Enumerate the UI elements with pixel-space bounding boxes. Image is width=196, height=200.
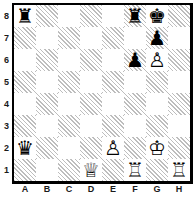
- square-f4[interactable]: [124, 93, 146, 115]
- rank-label-7: 7: [0, 27, 11, 49]
- square-e3[interactable]: [102, 115, 124, 137]
- square-h3[interactable]: [168, 115, 190, 137]
- square-g8[interactable]: ♚: [146, 5, 168, 27]
- square-e6[interactable]: [102, 49, 124, 71]
- rank-label-2: 2: [0, 137, 11, 159]
- square-h5[interactable]: [168, 71, 190, 93]
- piece-white-king[interactable]: ♔: [148, 137, 166, 159]
- square-b3[interactable]: [36, 115, 58, 137]
- square-g4[interactable]: [146, 93, 168, 115]
- square-d7[interactable]: [80, 27, 102, 49]
- chess-diagram: 87654321 ♜♜♚♟♟♙♛♙♔♕♖♖ ABCDEFGH: [0, 0, 196, 200]
- piece-black-rook[interactable]: ♜: [16, 5, 34, 27]
- square-c8[interactable]: [58, 5, 80, 27]
- square-b5[interactable]: [36, 71, 58, 93]
- square-d3[interactable]: [80, 115, 102, 137]
- square-a4[interactable]: [14, 93, 36, 115]
- rank-label-6: 6: [0, 49, 11, 71]
- piece-white-rook[interactable]: ♖: [170, 159, 188, 181]
- file-label-f: F: [124, 184, 146, 194]
- square-c4[interactable]: [58, 93, 80, 115]
- square-c2[interactable]: [58, 137, 80, 159]
- square-g7[interactable]: ♟: [146, 27, 168, 49]
- rank-label-1: 1: [0, 159, 11, 181]
- piece-black-pawn[interactable]: ♟: [148, 27, 166, 49]
- rank-label-8: 8: [0, 5, 11, 27]
- file-label-g: G: [146, 184, 168, 194]
- square-a5[interactable]: [14, 71, 36, 93]
- square-d1[interactable]: ♕: [80, 159, 102, 181]
- piece-white-pawn[interactable]: ♙: [104, 137, 122, 159]
- square-b1[interactable]: [36, 159, 58, 181]
- square-h4[interactable]: [168, 93, 190, 115]
- piece-black-pawn[interactable]: ♟: [126, 49, 144, 71]
- piece-white-rook[interactable]: ♖: [126, 159, 144, 181]
- rank-labels: 87654321: [0, 5, 11, 181]
- square-a3[interactable]: [14, 115, 36, 137]
- square-h1[interactable]: ♖: [168, 159, 190, 181]
- square-e2[interactable]: ♙: [102, 137, 124, 159]
- square-g1[interactable]: [146, 159, 168, 181]
- square-f6[interactable]: ♟: [124, 49, 146, 71]
- square-c6[interactable]: [58, 49, 80, 71]
- file-labels: ABCDEFGH: [14, 184, 190, 194]
- square-b7[interactable]: [36, 27, 58, 49]
- square-e4[interactable]: [102, 93, 124, 115]
- piece-black-rook[interactable]: ♜: [126, 5, 144, 27]
- square-e8[interactable]: [102, 5, 124, 27]
- square-a8[interactable]: ♜: [14, 5, 36, 27]
- square-f7[interactable]: [124, 27, 146, 49]
- file-label-h: H: [168, 184, 190, 194]
- square-c1[interactable]: [58, 159, 80, 181]
- piece-black-king[interactable]: ♚: [148, 5, 166, 27]
- square-d8[interactable]: [80, 5, 102, 27]
- square-g6[interactable]: ♙: [146, 49, 168, 71]
- square-h2[interactable]: [168, 137, 190, 159]
- square-b4[interactable]: [36, 93, 58, 115]
- piece-white-pawn[interactable]: ♙: [148, 49, 166, 71]
- rank-label-5: 5: [0, 71, 11, 93]
- square-e7[interactable]: [102, 27, 124, 49]
- piece-black-queen[interactable]: ♛: [16, 137, 34, 159]
- square-c5[interactable]: [58, 71, 80, 93]
- square-h8[interactable]: [168, 5, 190, 27]
- square-g5[interactable]: [146, 71, 168, 93]
- square-f1[interactable]: ♖: [124, 159, 146, 181]
- rank-label-4: 4: [0, 93, 11, 115]
- square-c7[interactable]: [58, 27, 80, 49]
- square-a7[interactable]: [14, 27, 36, 49]
- file-label-b: B: [36, 184, 58, 194]
- square-d2[interactable]: [80, 137, 102, 159]
- square-d5[interactable]: [80, 71, 102, 93]
- square-f8[interactable]: ♜: [124, 5, 146, 27]
- square-c3[interactable]: [58, 115, 80, 137]
- file-label-e: E: [102, 184, 124, 194]
- piece-white-queen[interactable]: ♕: [82, 159, 100, 181]
- square-g3[interactable]: [146, 115, 168, 137]
- rank-label-3: 3: [0, 115, 11, 137]
- square-b6[interactable]: [36, 49, 58, 71]
- square-f5[interactable]: [124, 71, 146, 93]
- square-e1[interactable]: [102, 159, 124, 181]
- square-f2[interactable]: [124, 137, 146, 159]
- square-h6[interactable]: [168, 49, 190, 71]
- square-b2[interactable]: [36, 137, 58, 159]
- square-f3[interactable]: [124, 115, 146, 137]
- file-label-d: D: [80, 184, 102, 194]
- square-d4[interactable]: [80, 93, 102, 115]
- square-e5[interactable]: [102, 71, 124, 93]
- square-b8[interactable]: [36, 5, 58, 27]
- square-a2[interactable]: ♛: [14, 137, 36, 159]
- square-g2[interactable]: ♔: [146, 137, 168, 159]
- file-label-c: C: [58, 184, 80, 194]
- square-d6[interactable]: [80, 49, 102, 71]
- board: ♜♜♚♟♟♙♛♙♔♕♖♖: [12, 3, 193, 184]
- square-h7[interactable]: [168, 27, 190, 49]
- square-a1[interactable]: [14, 159, 36, 181]
- square-a6[interactable]: [14, 49, 36, 71]
- file-label-a: A: [14, 184, 36, 194]
